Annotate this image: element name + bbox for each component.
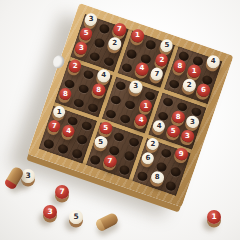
hole-r3c7: [168, 79, 180, 90]
peg-digit: 5: [95, 136, 107, 149]
peg-2-r3c8[interactable]: 2: [181, 77, 197, 93]
peg-2-r2c3[interactable]: 2: [107, 36, 123, 52]
peg-7-r8c1[interactable]: 7: [46, 118, 62, 134]
peg-8-r2c7[interactable]: 8: [172, 58, 188, 74]
hole-r5c4: [110, 94, 122, 105]
peg-3-r4c5[interactable]: 3: [128, 79, 144, 95]
peg-digit: 2: [147, 138, 160, 151]
hole-r7c6: [128, 136, 140, 147]
peg-7-r1c3[interactable]: 7: [112, 22, 128, 38]
loose-peg-1[interactable]: 1: [207, 210, 221, 224]
hole-r9c7: [136, 171, 148, 182]
hole-r4c4: [115, 80, 127, 91]
finger-notch: [51, 54, 66, 70]
peg-digit: 4: [97, 69, 110, 82]
peg-digit: 2: [155, 54, 168, 66]
peg-4-r1c9[interactable]: 4: [205, 54, 221, 70]
peg-digit: 8: [59, 88, 72, 101]
hole-r9c4: [89, 154, 101, 165]
peg-digit: 5: [160, 40, 172, 53]
peg-top-cap: [95, 219, 106, 232]
peg-digit: 6: [142, 152, 155, 165]
peg-5-r1c6[interactable]: 5: [158, 38, 174, 54]
peg-digit: 1: [131, 30, 144, 43]
peg-5-r6c8[interactable]: 5: [165, 123, 181, 139]
peg-top-cap: [3, 179, 16, 190]
peg-digit: 1: [139, 100, 152, 113]
hole-r6c3: [87, 102, 99, 113]
peg-digit: 5: [167, 125, 180, 138]
peg-4-r8c2[interactable]: 4: [61, 123, 77, 139]
peg-7-r3c6[interactable]: 7: [149, 66, 165, 82]
peg-digit: 5: [69, 210, 83, 224]
peg-digit: 4: [62, 125, 75, 137]
hole-r6c4: [105, 108, 117, 119]
peg-digit: 4: [135, 114, 148, 127]
hole-r8c9: [170, 166, 182, 177]
peg-digit: 3: [75, 42, 88, 55]
hole-r3c2: [88, 51, 100, 62]
table-scene: 3752315247481262488314834531745572968 37…: [0, 0, 240, 240]
hole-r6c5: [120, 113, 132, 124]
peg-1-r7c1[interactable]: 1: [51, 104, 67, 120]
peg-5-r2c1[interactable]: 5: [78, 26, 94, 42]
peg-7-r9c5[interactable]: 7: [103, 153, 119, 169]
peg-2-r7c7[interactable]: 2: [145, 136, 161, 152]
peg-8-r9c8[interactable]: 8: [150, 169, 166, 185]
hole-r3c4: [121, 62, 133, 73]
peg-digit: 3: [182, 130, 195, 143]
peg-digit: 2: [183, 79, 196, 92]
cell-r6c6[interactable]: 4: [130, 115, 149, 134]
peg-4-r6c6[interactable]: 4: [133, 112, 149, 128]
hole-r8c3: [76, 134, 88, 145]
hole-r5c2: [77, 83, 89, 94]
peg-6-r3c9[interactable]: 6: [196, 82, 212, 98]
peg-digit: 1: [53, 106, 66, 118]
loose-peg-7[interactable]: 7: [55, 185, 69, 199]
playing-area: 3752315247481262488314834531745572968: [39, 14, 222, 195]
peg-digit: 2: [108, 38, 121, 51]
peg-digit: 7: [48, 120, 61, 133]
peg-8-r6c1[interactable]: 8: [57, 86, 73, 102]
hole-r9c9: [165, 181, 177, 192]
peg-4-r6c7[interactable]: 4: [151, 118, 167, 134]
peg-1-r2c8[interactable]: 1: [186, 63, 202, 79]
peg-digit: 3: [130, 81, 143, 94]
peg-4-r3c5[interactable]: 4: [134, 61, 150, 77]
peg-digit: 9: [175, 148, 188, 161]
loose-peg-3[interactable]: 3: [43, 205, 57, 219]
hole-r8c6: [123, 150, 135, 161]
peg-digit: 1: [188, 65, 201, 78]
peg-3-r5c9[interactable]: 3: [185, 114, 201, 130]
peg-digit: 8: [151, 171, 164, 184]
hole-r5c5: [124, 99, 136, 110]
hole-r4c2: [82, 69, 94, 80]
lying-peg-7[interactable]: [95, 212, 120, 232]
peg-digit: 4: [136, 63, 148, 76]
hole-r1c2: [98, 23, 110, 34]
peg-digit: 7: [104, 155, 116, 168]
hole-r7c5: [113, 131, 125, 142]
peg-1-r5c6[interactable]: 1: [138, 98, 154, 114]
peg-digit: 3: [84, 14, 97, 27]
peg-digit: 8: [172, 111, 185, 124]
peg-3-r6c9[interactable]: 3: [180, 128, 196, 144]
peg-5-r7c4[interactable]: 5: [98, 120, 114, 136]
block-3-3: 2968: [133, 139, 191, 196]
peg-8-r5c8[interactable]: 8: [170, 109, 186, 125]
peg-digit: 1: [207, 210, 221, 224]
peg-4-r4c3[interactable]: 4: [96, 68, 112, 84]
hole-r9c2: [57, 143, 69, 154]
peg-digit: 8: [173, 60, 186, 73]
peg-digit: 5: [100, 122, 113, 134]
cell-r3c9[interactable]: 6: [193, 85, 212, 104]
peg-digit: 7: [150, 68, 163, 81]
peg-5-r8c4[interactable]: 5: [93, 134, 109, 150]
hole-r3c3: [103, 56, 115, 67]
sudoku-board[interactable]: 3752315247481262488314834531745572968: [27, 3, 233, 207]
peg-2-r4c1[interactable]: 2: [67, 58, 83, 74]
peg-digit: 4: [207, 56, 220, 69]
cell-r3c6[interactable]: 7: [146, 68, 165, 87]
peg-digit: 7: [113, 23, 126, 36]
peg-digit: 2: [69, 60, 82, 73]
hole-r9c3: [71, 148, 83, 159]
hole-r2c4: [126, 48, 138, 59]
peg-6-r8c7[interactable]: 6: [140, 150, 156, 166]
peg-digit: 8: [93, 84, 106, 96]
peg-1-r1c4[interactable]: 1: [130, 28, 146, 44]
peg-digit: 6: [197, 84, 210, 97]
peg-3-r1c1[interactable]: 3: [83, 12, 99, 28]
peg-2-r2c6[interactable]: 2: [154, 52, 170, 68]
hole-r2c2: [93, 37, 105, 48]
hole-r1c5: [145, 39, 157, 50]
hole-r9c6: [118, 164, 130, 175]
hole-r6c2: [73, 97, 85, 108]
loose-peg-5[interactable]: 5: [69, 210, 83, 224]
hole-r4c7: [162, 96, 174, 107]
peg-digit: 7: [55, 185, 69, 199]
peg-digit: 3: [186, 116, 199, 129]
peg-digit: 3: [43, 205, 57, 219]
hole-r7c8: [160, 147, 172, 158]
peg-3-r3c1[interactable]: 3: [73, 40, 89, 56]
peg-digit: 5: [80, 28, 93, 41]
peg-9-r7c9[interactable]: 9: [174, 146, 190, 162]
peg-digit: 4: [153, 120, 166, 133]
hole-r7c3: [81, 120, 93, 131]
hole-r9c1: [42, 138, 54, 149]
peg-8-r5c3[interactable]: 8: [91, 82, 107, 98]
